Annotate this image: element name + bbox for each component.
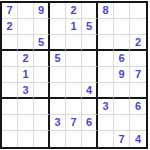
cell-r9c3-empty[interactable] xyxy=(34,131,50,147)
cell-r5c5-empty[interactable] xyxy=(66,67,82,83)
cell-r3c4-empty[interactable] xyxy=(50,35,66,51)
cell-r2c3-empty[interactable] xyxy=(34,19,50,35)
cell-r8c3-empty[interactable] xyxy=(34,115,50,131)
cell-r9c7-empty[interactable] xyxy=(98,131,114,147)
cell-r1c5-given[interactable]: 2 xyxy=(66,3,82,19)
cell-r7c3-empty[interactable] xyxy=(34,99,50,115)
cell-r4c9-empty[interactable] xyxy=(130,51,146,67)
cell-r5c7-empty[interactable] xyxy=(98,67,114,83)
cell-r7c9-given[interactable]: 6 xyxy=(130,99,146,115)
cell-r5c6-empty[interactable] xyxy=(82,67,98,83)
cell-r1c7-given[interactable]: 8 xyxy=(98,3,114,19)
cell-r7c8-empty[interactable] xyxy=(114,99,130,115)
cell-r3c9-given[interactable]: 2 xyxy=(130,35,146,51)
cell-r2c2-empty[interactable] xyxy=(18,19,34,35)
cell-r2c4-empty[interactable] xyxy=(50,19,66,35)
cell-r5c8-given[interactable]: 9 xyxy=(114,67,130,83)
cell-r2c5-given[interactable]: 1 xyxy=(66,19,82,35)
cell-r4c6-empty[interactable] xyxy=(82,51,98,67)
cell-r8c4-given[interactable]: 3 xyxy=(50,115,66,131)
cell-r2c7-empty[interactable] xyxy=(98,19,114,35)
cell-r2c8-empty[interactable] xyxy=(114,19,130,35)
cell-r3c1-empty[interactable] xyxy=(2,35,18,51)
cell-r1c3-given[interactable]: 9 xyxy=(34,3,50,19)
cell-r4c8-given[interactable]: 6 xyxy=(114,51,130,67)
cell-r9c8-given[interactable]: 7 xyxy=(114,131,130,147)
cell-r7c2-empty[interactable] xyxy=(18,99,34,115)
cell-r3c3-given[interactable]: 5 xyxy=(34,35,50,51)
cell-r2c9-empty[interactable] xyxy=(130,19,146,35)
cell-r6c7-empty[interactable] xyxy=(98,83,114,99)
cell-r1c4-empty[interactable] xyxy=(50,3,66,19)
cell-r3c8-empty[interactable] xyxy=(114,35,130,51)
cell-r8c8-empty[interactable] xyxy=(114,115,130,131)
cell-r7c7-given[interactable]: 3 xyxy=(98,99,114,115)
cell-r9c2-empty[interactable] xyxy=(18,131,34,147)
cell-r9c1-empty[interactable] xyxy=(2,131,18,147)
cell-r6c6-given[interactable]: 4 xyxy=(82,83,98,99)
cell-r9c5-empty[interactable] xyxy=(66,131,82,147)
cell-r1c9-empty[interactable] xyxy=(130,3,146,19)
cell-r4c1-empty[interactable] xyxy=(2,51,18,67)
cell-r5c9-given[interactable]: 7 xyxy=(130,67,146,83)
cell-r3c5-empty[interactable] xyxy=(66,35,82,51)
cell-r6c2-given[interactable]: 3 xyxy=(18,83,34,99)
cell-r4c3-empty[interactable] xyxy=(34,51,50,67)
cell-r5c4-empty[interactable] xyxy=(50,67,66,83)
cell-r3c7-empty[interactable] xyxy=(98,35,114,51)
cell-r9c4-empty[interactable] xyxy=(50,131,66,147)
cell-r4c4-given[interactable]: 5 xyxy=(50,51,66,67)
cell-r9c6-empty[interactable] xyxy=(82,131,98,147)
cell-r6c5-empty[interactable] xyxy=(66,83,82,99)
cell-r5c3-empty[interactable] xyxy=(34,67,50,83)
cell-r7c5-empty[interactable] xyxy=(66,99,82,115)
cell-r8c7-empty[interactable] xyxy=(98,115,114,131)
cell-r7c6-empty[interactable] xyxy=(82,99,98,115)
cell-r8c5-given[interactable]: 7 xyxy=(66,115,82,131)
sudoku-board: 792821552256197343637674 xyxy=(0,1,148,149)
cell-r4c7-empty[interactable] xyxy=(98,51,114,67)
cell-r6c1-empty[interactable] xyxy=(2,83,18,99)
cell-r6c8-empty[interactable] xyxy=(114,83,130,99)
cell-r4c2-given[interactable]: 2 xyxy=(18,51,34,67)
cell-r1c1-given[interactable]: 7 xyxy=(2,3,18,19)
cell-r7c1-empty[interactable] xyxy=(2,99,18,115)
sudoku-grid: 792821552256197343637674 xyxy=(2,3,146,147)
cell-r3c6-empty[interactable] xyxy=(82,35,98,51)
cell-r3c2-empty[interactable] xyxy=(18,35,34,51)
cell-r4c5-empty[interactable] xyxy=(66,51,82,67)
cell-r2c6-given[interactable]: 5 xyxy=(82,19,98,35)
cell-r8c6-given[interactable]: 6 xyxy=(82,115,98,131)
cell-r2c1-given[interactable]: 2 xyxy=(2,19,18,35)
cell-r5c2-given[interactable]: 1 xyxy=(18,67,34,83)
cell-r6c9-empty[interactable] xyxy=(130,83,146,99)
cell-r8c1-empty[interactable] xyxy=(2,115,18,131)
cell-r7c4-empty[interactable] xyxy=(50,99,66,115)
cell-r1c8-empty[interactable] xyxy=(114,3,130,19)
cell-r1c6-empty[interactable] xyxy=(82,3,98,19)
cell-r5c1-empty[interactable] xyxy=(2,67,18,83)
cell-r6c3-empty[interactable] xyxy=(34,83,50,99)
cell-r1c2-empty[interactable] xyxy=(18,3,34,19)
cell-r8c9-empty[interactable] xyxy=(130,115,146,131)
cell-r6c4-empty[interactable] xyxy=(50,83,66,99)
cell-r8c2-empty[interactable] xyxy=(18,115,34,131)
cell-r9c9-given[interactable]: 4 xyxy=(130,131,146,147)
